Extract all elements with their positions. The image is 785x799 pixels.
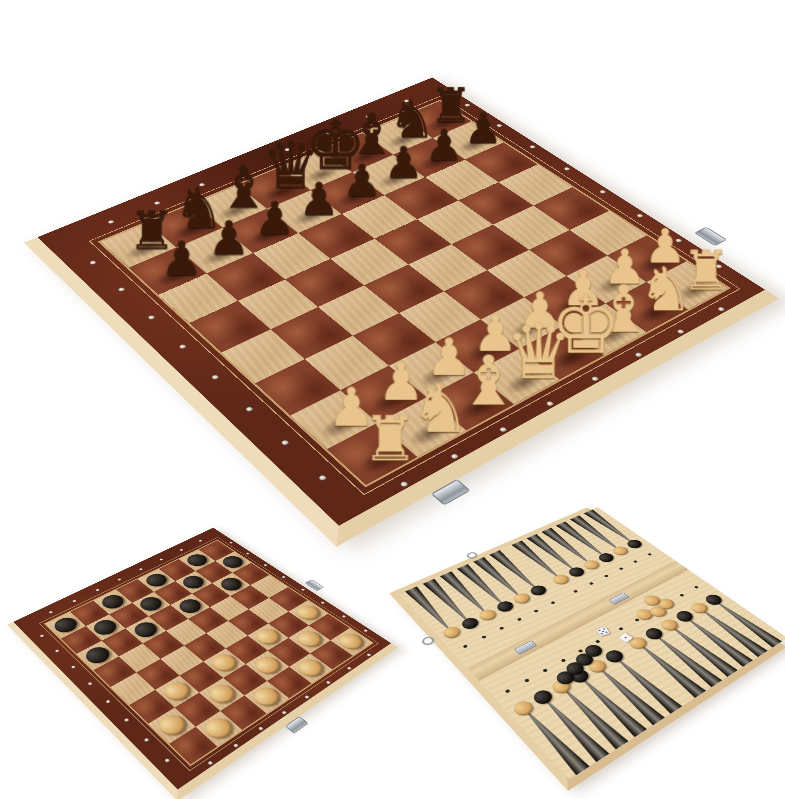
die-pip (603, 628, 606, 630)
backgammon-case (389, 507, 785, 790)
backgammon-case-scene (374, 438, 785, 799)
point-hole-dot-icon (647, 553, 652, 556)
pin-dot-icon (107, 220, 114, 224)
backgammon-checker-tan (549, 677, 574, 695)
point-hole-dot-icon (619, 567, 624, 570)
pin-dot-icon (72, 599, 77, 602)
checkers-clasp-right-icon (305, 579, 324, 591)
backgammon-checker-tan (658, 617, 681, 632)
pin-dot-icon (321, 601, 326, 604)
backgammon-point (644, 627, 723, 688)
backgammon-checker-black-loose (563, 659, 587, 676)
pin-dot-icon (49, 610, 54, 613)
point-hole-dot-icon (679, 593, 684, 596)
pin-dot-icon (89, 260, 97, 265)
backgammon-latch-loop-top-icon (465, 550, 479, 559)
pin-dot-icon (246, 552, 250, 554)
backgammon-point-triangle (569, 668, 648, 737)
pin-dot-icon (529, 145, 536, 149)
checkers-square (77, 640, 119, 669)
backgammon-point (660, 618, 739, 677)
backgammon-checker-tan (626, 634, 649, 650)
pin-dot-icon (95, 588, 100, 591)
pin-dot-icon (717, 307, 725, 312)
product-photo-canvas: ♜♞♝♛♚♝♞♜♟♟♟♟♟♟♟♟♟♟♟♟♟♟♟♟♜♞♝♛♚♝♞♜ (0, 0, 785, 799)
backgammon-point-triangle (551, 678, 630, 749)
pin-dot-icon (635, 352, 644, 357)
checkers-board (7, 527, 398, 799)
point-hole-dot-icon (578, 648, 584, 652)
checkers-square (267, 637, 309, 666)
point-hole-dot-icon (694, 585, 699, 588)
die-pip (601, 632, 604, 634)
point-hole-dot-icon (499, 626, 504, 630)
pin-dot-icon (281, 440, 290, 446)
backgammon-checker-tan (440, 624, 463, 640)
checkers-board-scene (0, 472, 404, 799)
backgammon-point-triangle (660, 618, 739, 677)
backgammon-point (532, 689, 611, 763)
checker-tan (200, 714, 237, 742)
point-hole-dot-icon (595, 639, 601, 643)
checkers-square (199, 678, 244, 711)
backgammon-checker-black (642, 626, 665, 642)
point-hole-dot-icon (604, 574, 609, 577)
pin-dot-icon (229, 541, 233, 543)
checkers-square (203, 648, 246, 678)
pin-dot-icon (179, 548, 183, 550)
checkers-square (129, 689, 174, 723)
checker-tan (294, 656, 328, 680)
pin-dot-icon (301, 588, 306, 591)
backgammon-checker-black (459, 615, 481, 630)
checkers-square (267, 666, 311, 698)
backgammon-checker-tan (511, 591, 533, 605)
pin-dot-icon (207, 760, 213, 765)
backgammon-checker-tan (511, 698, 536, 718)
pin-dot-icon (258, 726, 264, 730)
backgammon-checker-tan (477, 607, 499, 622)
checkers-square (310, 640, 353, 669)
backgammon-point-triangle (628, 636, 707, 699)
checkers-square (136, 658, 179, 689)
point-hole-dot-icon (524, 678, 530, 682)
checker-tan (335, 630, 368, 652)
die-pip (624, 636, 627, 638)
pin-dot-icon (563, 167, 570, 171)
point-hole-dot-icon (589, 582, 594, 585)
backgammon-point (587, 658, 666, 725)
checkers-square (118, 643, 160, 672)
checkers-square (184, 633, 226, 661)
checker-tan (204, 681, 239, 706)
die-pip (602, 630, 605, 632)
pin-dot-icon (211, 374, 219, 380)
checkers-square (244, 680, 289, 713)
backgammon-checker-black-loose (573, 651, 597, 668)
backgammon-checker-black (527, 583, 548, 597)
pin-dot-icon (591, 376, 600, 382)
backgammon-point-triangle (512, 699, 591, 775)
checkers-square (169, 726, 217, 764)
checker-black (81, 643, 114, 666)
backgammon-point-triangle (604, 649, 683, 714)
die-pip (605, 631, 608, 633)
pin-dot-icon (144, 737, 150, 741)
backgammon-point-triangle (644, 627, 723, 688)
point-hole-dot-icon (542, 668, 548, 672)
pin-dot-icon (198, 539, 202, 541)
checkers-square (289, 653, 332, 683)
checker-tan (154, 711, 190, 739)
backgammon-point (569, 668, 648, 737)
pin-dot-icon (71, 665, 76, 669)
backgammon-checker-black (494, 599, 516, 613)
checkers-square (155, 675, 199, 707)
point-hole-dot-icon (463, 644, 469, 648)
pin-dot-icon (263, 563, 267, 566)
pin-dot-icon (304, 695, 309, 699)
backgammon-checker-tan (585, 657, 609, 674)
point-hole-dot-icon (560, 658, 566, 662)
checkers-clasp-bottom-icon (285, 716, 309, 734)
pin-dot-icon (105, 699, 110, 703)
chess-piece-dark-pawn: ♟ (153, 235, 210, 283)
chess-grid: ♜♞♝♛♚♝♞♜♟♟♟♟♟♟♟♟♟♟♟♟♟♟♟♟♜♞♝♛♚♝♞♜ (98, 100, 731, 488)
point-hole-dot-icon (633, 560, 638, 563)
checkers-square (174, 692, 220, 726)
chess-square (285, 259, 364, 307)
checkers-square (111, 672, 155, 704)
pin-dot-icon (164, 758, 170, 763)
backgammon-point (551, 678, 630, 749)
checkers-square (246, 650, 289, 680)
backgammon-point-triangle (532, 689, 611, 763)
checker-tan (160, 678, 195, 703)
backgammon-checker-black (602, 648, 626, 665)
backgammon-checker-black (567, 667, 591, 685)
pin-dot-icon (40, 634, 45, 637)
checker-tan (249, 684, 284, 710)
die-pip (598, 629, 601, 631)
pin-dot-icon (179, 344, 187, 349)
checkers-square (179, 661, 223, 692)
checkers-square (160, 645, 202, 675)
backgammon-latch-loop-left-icon (420, 635, 436, 647)
backgammon-point (704, 593, 783, 647)
pin-dot-icon (282, 575, 287, 578)
pin-dot-icon (636, 213, 644, 217)
pin-dot-icon (677, 329, 685, 334)
backgammon-point-triangle (587, 658, 666, 725)
point-hole-dot-icon (618, 626, 624, 630)
checkers-grid (44, 539, 374, 766)
point-hole-dot-icon (481, 635, 486, 639)
pin-dot-icon (124, 717, 130, 721)
checkers-square (195, 710, 242, 746)
backgammon-point (604, 649, 683, 714)
checkers-square (223, 664, 267, 695)
backgammon-checker-black (530, 687, 555, 706)
point-hole-dot-icon (550, 601, 555, 604)
pin-dot-icon (55, 649, 60, 652)
checkers-square (93, 656, 136, 687)
checker-tan (208, 651, 241, 674)
pin-dot-icon (342, 614, 347, 617)
pin-dot-icon (245, 406, 254, 412)
checker-tan (250, 653, 284, 676)
pin-dot-icon (499, 427, 508, 433)
pin-dot-icon (148, 315, 156, 320)
point-hole-dot-icon (573, 589, 578, 592)
backgammon-checker-black-loose (582, 642, 606, 659)
pin-dot-icon (233, 743, 239, 748)
backgammon-checker-black-loose (553, 668, 577, 686)
point-hole-dot-icon (516, 617, 521, 621)
pin-dot-icon (282, 710, 288, 714)
backgammon-point (512, 699, 591, 775)
backgammon-checker-tan (550, 573, 571, 586)
pin-dot-icon (546, 401, 555, 407)
backgammon-point (628, 636, 707, 699)
checkers-square (220, 695, 266, 729)
pin-dot-icon (117, 578, 121, 581)
die-icon (596, 626, 611, 636)
pin-dot-icon (88, 681, 93, 685)
pin-dot-icon (367, 653, 372, 656)
point-hole-dot-icon (505, 688, 511, 692)
point-hole-dot-icon (534, 609, 539, 613)
pin-dot-icon (363, 629, 368, 632)
pin-dot-icon (326, 680, 331, 684)
checkers-square (226, 635, 268, 664)
pin-dot-icon (159, 558, 163, 561)
pin-dot-icon (139, 568, 143, 571)
checkers-square (149, 707, 196, 743)
pin-dot-icon (347, 666, 352, 670)
pin-dot-icon (599, 190, 606, 194)
pin-dot-icon (118, 287, 126, 292)
die-icon (618, 632, 634, 643)
